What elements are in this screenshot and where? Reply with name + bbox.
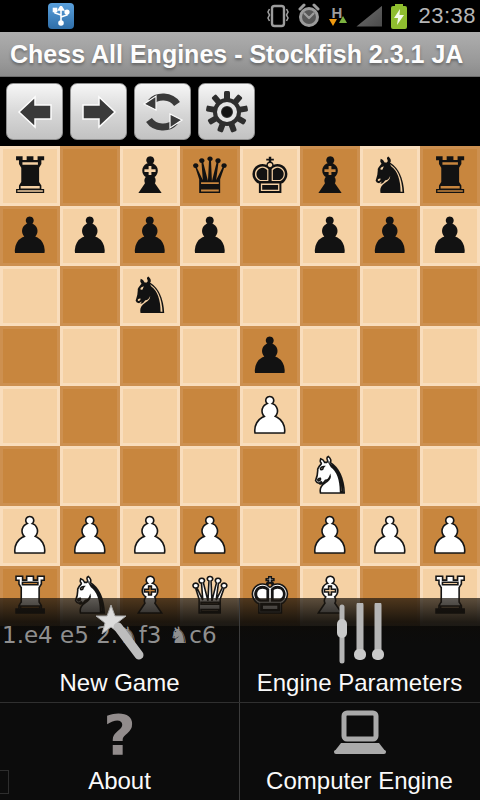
white-pawn: ♟ [248,389,293,443]
app-screen: H 23:38 Chess All Engines - Stockfish 2.… [0,0,480,800]
back-button[interactable] [6,83,63,140]
menu-label-about: About [88,767,151,800]
square-a7[interactable]: ♟ [0,206,60,266]
square-c2[interactable]: ♟ [120,506,180,566]
square-g5[interactable] [360,326,420,386]
square-a6[interactable] [0,266,60,326]
square-g3[interactable] [360,446,420,506]
white-pawn: ♟ [368,509,413,563]
square-g4[interactable] [360,386,420,446]
square-d2[interactable]: ♟ [180,506,240,566]
square-d8[interactable]: ♛ [180,146,240,206]
square-e4[interactable]: ♟ [240,386,300,446]
square-e5[interactable]: ♟ [240,326,300,386]
square-c8[interactable]: ♝ [120,146,180,206]
black-pawn: ♟ [128,209,173,263]
black-pawn: ♟ [308,209,353,263]
square-b8[interactable] [60,146,120,206]
square-h6[interactable] [420,266,480,326]
arrow-right-icon [78,91,120,133]
square-a4[interactable] [0,386,60,446]
black-king: ♚ [248,149,293,203]
square-d7[interactable]: ♟ [180,206,240,266]
square-a2[interactable]: ♟ [0,506,60,566]
square-g6[interactable] [360,266,420,326]
status-bar: H 23:38 [0,0,480,32]
square-e3[interactable] [240,446,300,506]
menu-label-new-game: New Game [59,669,179,702]
usb-icon [48,3,74,29]
black-bishop: ♝ [128,149,173,203]
square-d3[interactable] [180,446,240,506]
hspa-plus-icon: H [329,4,349,28]
black-bishop: ♝ [308,149,353,203]
square-a8[interactable]: ♜ [0,146,60,206]
title-bar: Chess All Engines - Stockfish 2.3.1 JA [0,32,480,77]
square-f7[interactable]: ♟ [300,206,360,266]
black-rook: ♜ [8,149,53,203]
square-b7[interactable]: ♟ [60,206,120,266]
black-pawn: ♟ [248,329,293,383]
square-f4[interactable] [300,386,360,446]
black-queen: ♛ [188,149,233,203]
black-pawn: ♟ [368,209,413,263]
square-f8[interactable]: ♝ [300,146,360,206]
menu-item-engine-parameters[interactable]: Engine Parameters [240,598,479,702]
black-pawn: ♟ [68,209,113,263]
square-f3[interactable]: ♞ [300,446,360,506]
chess-board: ♜♝♛♚♝♞♜♟♟♟♟♟♟♟♞♟♟♞♟♟♟♟♟♟♟♜♞♝♛♚♝♜ [0,146,480,626]
toolbar: (function(){var g=document.getElementByI… [0,77,480,146]
square-b3[interactable] [60,446,120,506]
square-e6[interactable] [240,266,300,326]
square-d4[interactable] [180,386,240,446]
square-g7[interactable]: ♟ [360,206,420,266]
square-h3[interactable] [420,446,480,506]
black-pawn: ♟ [8,209,53,263]
square-f6[interactable] [300,266,360,326]
magic-wand-icon [89,603,151,665]
square-h4[interactable] [420,386,480,446]
forward-button[interactable] [70,83,127,140]
black-knight: ♞ [368,149,413,203]
square-h8[interactable]: ♜ [420,146,480,206]
black-pawn: ♟ [428,209,473,263]
alarm-icon [296,3,322,29]
clock-time: 23:38 [414,3,476,29]
square-c6[interactable]: ♞ [120,266,180,326]
arrow-left-icon [14,91,56,133]
battery-charging-icon [391,4,407,29]
square-a5[interactable] [0,326,60,386]
black-rook: ♜ [428,149,473,203]
square-e8[interactable]: ♚ [240,146,300,206]
square-h2[interactable]: ♟ [420,506,480,566]
square-d5[interactable] [180,326,240,386]
square-c5[interactable] [120,326,180,386]
vibrate-icon [267,3,289,29]
square-h7[interactable]: ♟ [420,206,480,266]
settings-button[interactable]: (function(){var g=document.getElementByI… [198,83,255,140]
white-pawn: ♟ [308,509,353,563]
question-mark-icon: ? [103,707,135,763]
square-c3[interactable] [120,446,180,506]
swap-arrows-icon [141,90,185,134]
menu-label-engine-parameters: Engine Parameters [257,669,462,702]
signal-icon [356,6,382,27]
square-f5[interactable] [300,326,360,386]
menu-item-new-game[interactable]: New Game [0,598,239,702]
gear-icon: (function(){var g=document.getElementByI… [205,90,249,134]
menu-vertical-divider [239,598,240,800]
white-pawn: ♟ [188,509,233,563]
white-pawn: ♟ [128,509,173,563]
menu-item-about[interactable]: ? About [0,703,239,800]
square-g8[interactable]: ♞ [360,146,420,206]
square-c4[interactable] [120,386,180,446]
square-c7[interactable]: ♟ [120,206,180,266]
square-g2[interactable]: ♟ [360,506,420,566]
square-d6[interactable] [180,266,240,326]
flip-board-button[interactable] [134,83,191,140]
laptop-icon [328,709,392,761]
square-b2[interactable]: ♟ [60,506,120,566]
square-f2[interactable]: ♟ [300,506,360,566]
square-h5[interactable] [420,326,480,386]
menu-label-computer-engine: Computer Engine [266,767,453,800]
black-knight: ♞ [128,269,173,323]
square-b5[interactable] [60,326,120,386]
white-knight: ♞ [308,449,353,503]
sliders-icon [330,603,390,665]
square-b6[interactable] [60,266,120,326]
menu-item-computer-engine[interactable]: Computer Engine [240,703,479,800]
square-a3[interactable] [0,446,60,506]
menu-overlay: 1.e4 e5 2.♞f3 ♞c6 New Game [0,598,480,800]
white-pawn: ♟ [428,509,473,563]
square-e2[interactable] [240,506,300,566]
square-b4[interactable] [60,386,120,446]
white-pawn: ♟ [68,509,113,563]
square-e7[interactable] [240,206,300,266]
menu-horizontal-divider [0,702,480,703]
white-pawn: ♟ [8,509,53,563]
page-title: Chess All Engines - Stockfish 2.3.1 JA [0,40,463,69]
black-pawn: ♟ [188,209,233,263]
